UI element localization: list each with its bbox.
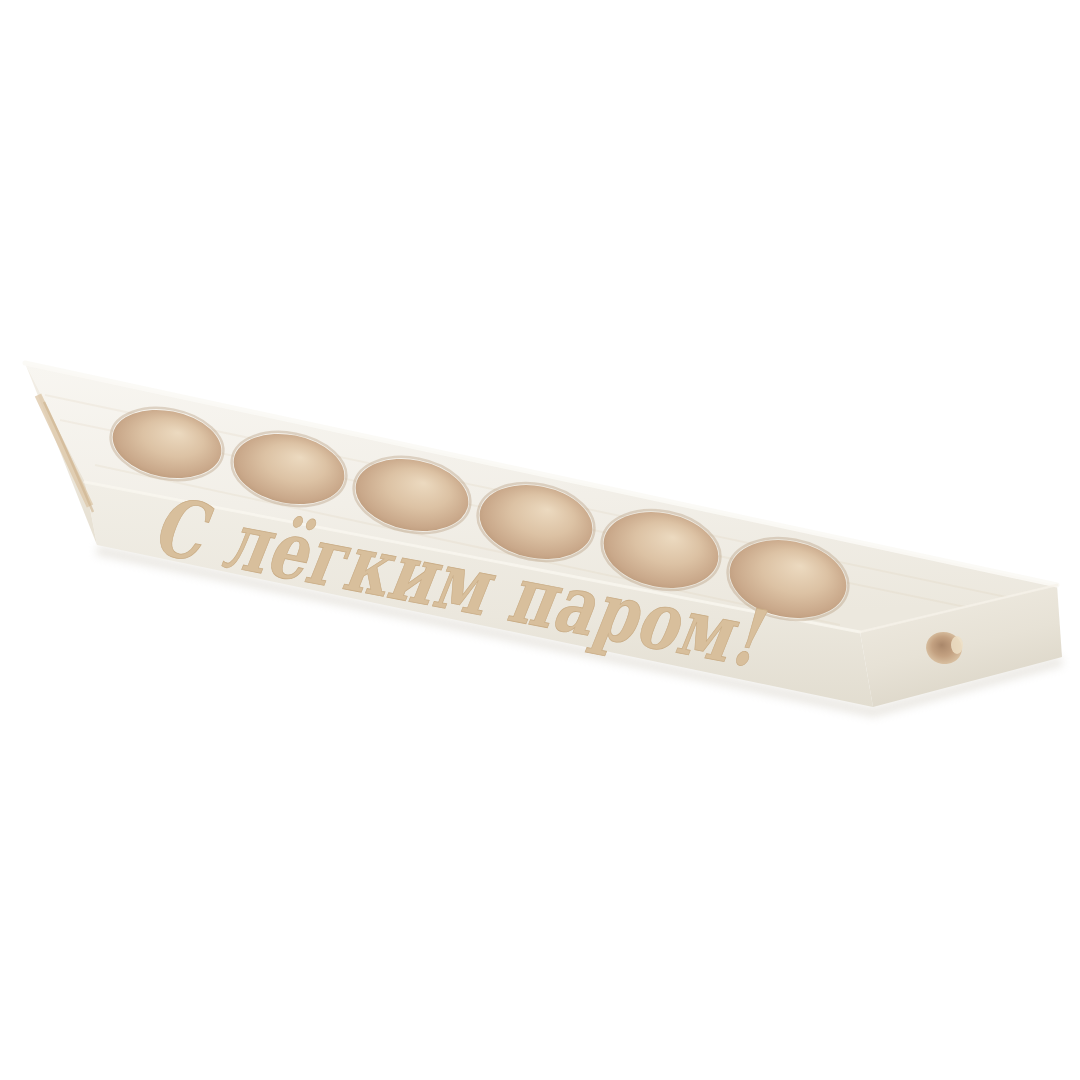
hang-hole-chip-highlight (951, 636, 963, 654)
product-photo-stage: С лёгким паром! (0, 0, 1080, 1080)
board-photo: С лёгким паром! (0, 0, 1080, 1080)
